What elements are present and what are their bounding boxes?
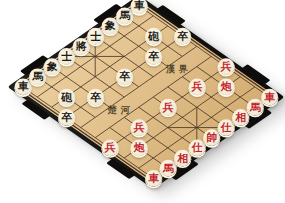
black-chariot-piece[interactable]: 車 [14, 79, 31, 96]
red-chariot-piece[interactable]: 車 [261, 89, 278, 106]
piece-character: 卒 [90, 89, 101, 106]
photo-background: 楚河 漢界 車馬象士將士象馬車砲砲卒卒卒卒卒兵兵兵兵兵炮炮車馬相仕帥仕相馬車 [0, 0, 285, 203]
black-cannon-piece[interactable]: 砲 [58, 89, 75, 106]
red-advisor-piece[interactable]: 仕 [217, 119, 234, 136]
piece-character: 車 [148, 170, 159, 187]
piece-character: 兵 [133, 119, 144, 136]
piece-character: 砲 [148, 28, 159, 45]
red-soldier-piece[interactable]: 兵 [130, 119, 147, 136]
board-frame: 楚河 漢界 車馬象士將士象馬車砲砲卒卒卒卒卒兵兵兵兵兵炮炮車馬相仕帥仕相馬車 [7, 0, 284, 189]
piece-character: 相 [177, 150, 188, 167]
piece-character: 卒 [177, 28, 188, 45]
board-grid: 車馬象士將士象馬車砲砲卒卒卒卒卒兵兵兵兵兵炮炮車馬相仕帥仕相馬車 [8, 0, 284, 188]
red-elephant-piece[interactable]: 相 [232, 109, 249, 126]
red-soldier-piece[interactable]: 兵 [101, 139, 118, 156]
red-advisor-piece[interactable]: 仕 [188, 139, 205, 156]
red-cannon-piece[interactable]: 炮 [217, 79, 234, 96]
piece-character: 車 [17, 79, 28, 96]
red-horse-piece[interactable]: 馬 [246, 99, 263, 116]
black-soldier-piece[interactable]: 卒 [87, 89, 104, 106]
piece-character: 馬 [249, 99, 260, 116]
black-soldier-piece[interactable]: 卒 [116, 68, 133, 85]
red-chariot-piece[interactable]: 車 [145, 170, 162, 187]
black-soldier-piece[interactable]: 卒 [58, 109, 75, 126]
piece-character: 兵 [162, 99, 173, 116]
black-elephant-piece[interactable]: 象 [43, 58, 60, 75]
black-advisor-piece[interactable]: 士 [58, 48, 75, 65]
piece-character: 將 [75, 38, 86, 55]
black-soldier-piece[interactable]: 卒 [174, 28, 191, 45]
black-cannon-piece[interactable]: 砲 [145, 28, 162, 45]
piece-character: 士 [90, 28, 101, 45]
piece-character: 兵 [220, 58, 231, 75]
piece-character: 仕 [220, 119, 231, 136]
piece-character: 馬 [119, 7, 130, 24]
piece-character: 卒 [119, 68, 130, 85]
piece-character: 車 [264, 89, 275, 106]
red-soldier-piece[interactable]: 兵 [188, 79, 205, 96]
piece-character: 卒 [148, 48, 159, 65]
piece-character: 兵 [191, 79, 202, 96]
black-horse-piece[interactable]: 馬 [29, 68, 46, 85]
piece-character: 仕 [191, 139, 202, 156]
black-advisor-piece[interactable]: 士 [87, 28, 104, 45]
piece-character: 象 [46, 58, 57, 75]
red-elephant-piece[interactable]: 相 [174, 150, 191, 167]
black-chariot-piece[interactable]: 車 [130, 0, 147, 14]
piece-character: 砲 [61, 89, 72, 106]
black-general-piece[interactable]: 將 [72, 38, 89, 55]
black-soldier-piece[interactable]: 卒 [145, 48, 162, 65]
piece-character: 卒 [61, 109, 72, 126]
piece-character: 帥 [206, 129, 217, 146]
red-cannon-piece[interactable]: 炮 [130, 139, 147, 156]
red-soldier-piece[interactable]: 兵 [217, 58, 234, 75]
piece-character: 象 [104, 18, 115, 35]
red-general-piece[interactable]: 帥 [203, 129, 220, 146]
piece-character: 馬 [32, 68, 43, 85]
piece-character: 士 [61, 48, 72, 65]
red-horse-piece[interactable]: 馬 [159, 160, 176, 177]
piece-character: 相 [235, 109, 246, 126]
piece-character: 兵 [104, 139, 115, 156]
board-surface: 楚河 漢界 車馬象士將士象馬車砲砲卒卒卒卒卒兵兵兵兵兵炮炮車馬相仕帥仕相馬車 [15, 0, 277, 183]
piece-character: 炮 [133, 139, 144, 156]
black-elephant-piece[interactable]: 象 [101, 18, 118, 35]
piece-character: 馬 [162, 160, 173, 177]
red-soldier-piece[interactable]: 兵 [159, 99, 176, 116]
piece-character: 炮 [220, 79, 231, 96]
black-horse-piece[interactable]: 馬 [116, 7, 133, 24]
piece-character: 車 [133, 0, 144, 14]
